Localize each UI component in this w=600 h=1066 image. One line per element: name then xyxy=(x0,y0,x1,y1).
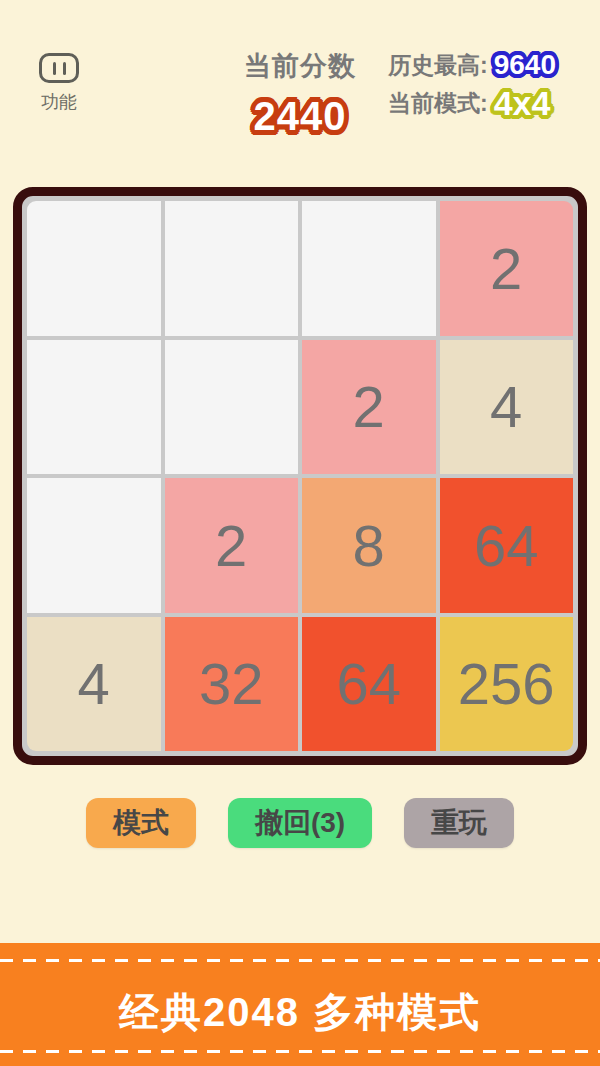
tile-64-r4c3: 64 xyxy=(302,617,436,752)
empty-cell-r2c1 xyxy=(27,340,161,475)
menu-button-label: 功能 xyxy=(36,90,82,114)
menu-button[interactable]: 功能 xyxy=(36,53,82,114)
game-board[interactable]: 224286443264256 xyxy=(13,187,587,765)
promo-banner: 经典2048 多种模式 xyxy=(0,943,600,1066)
score-group: 当前分数 2440 xyxy=(244,48,356,139)
best-value: 9640 xyxy=(494,49,556,81)
stats-group: 历史最高: 9640 当前模式: 4x4 xyxy=(388,46,556,122)
tile-8-r3c3: 8 xyxy=(302,478,436,613)
tile-256-r4c4: 256 xyxy=(440,617,574,752)
banner-text: 经典2048 多种模式 xyxy=(0,985,600,1040)
header: 功能 当前分数 2440 历史最高: 9640 当前模式: 4x4 xyxy=(0,0,600,187)
undo-button[interactable]: 撤回(3) xyxy=(228,798,372,848)
tile-32-r4c2: 32 xyxy=(165,617,299,752)
tile-4-r2c4: 4 xyxy=(440,340,574,475)
pause-bar xyxy=(53,62,56,75)
mode-value: 4x4 xyxy=(494,84,551,123)
best-score-row: 历史最高: 9640 xyxy=(388,46,556,84)
empty-cell-r3c1 xyxy=(27,478,161,613)
score-value: 2440 xyxy=(244,94,356,139)
tile-2-r2c3: 2 xyxy=(302,340,436,475)
pause-icon xyxy=(39,53,79,83)
empty-cell-r1c2 xyxy=(165,201,299,336)
mode-label: 当前模式: xyxy=(388,88,488,119)
banner-dash-top xyxy=(0,959,600,962)
app-screen: 功能 当前分数 2440 历史最高: 9640 当前模式: 4x4 224286… xyxy=(0,0,600,1066)
empty-cell-r1c1 xyxy=(27,201,161,336)
score-label: 当前分数 xyxy=(244,48,356,84)
tile-2-r1c4: 2 xyxy=(440,201,574,336)
banner-dash-bottom xyxy=(0,1050,600,1053)
pause-bar xyxy=(63,62,66,75)
best-label: 历史最高: xyxy=(388,50,488,81)
replay-button[interactable]: 重玩 xyxy=(404,798,514,848)
empty-cell-r1c3 xyxy=(302,201,436,336)
tile-2-r3c2: 2 xyxy=(165,478,299,613)
controls: 模式 撤回(3) 重玩 xyxy=(0,798,600,848)
mode-row: 当前模式: 4x4 xyxy=(388,84,556,122)
tile-4-r4c1: 4 xyxy=(27,617,161,752)
empty-cell-r2c2 xyxy=(165,340,299,475)
tile-grid: 224286443264256 xyxy=(27,201,573,751)
tile-64-r3c4: 64 xyxy=(440,478,574,613)
mode-button[interactable]: 模式 xyxy=(86,798,196,848)
